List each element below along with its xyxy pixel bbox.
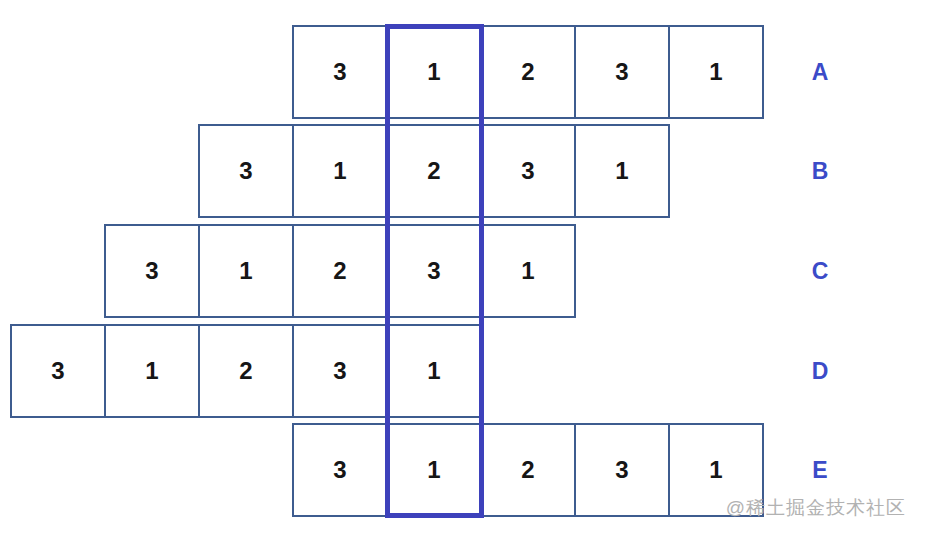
row-label-c: C	[798, 257, 842, 285]
row-label-a: A	[798, 58, 842, 86]
row-label-e: E	[798, 456, 842, 484]
cell-b-5: 1	[574, 124, 670, 218]
cell-a-5: 1	[668, 25, 764, 119]
watermark: @稀土掘金技术社区	[726, 495, 906, 521]
cell-c-1: 3	[104, 224, 200, 318]
row-label-b: B	[798, 157, 842, 185]
cell-e-2: 1	[386, 423, 482, 517]
cell-e-1: 3	[292, 423, 388, 517]
cell-b-2: 1	[292, 124, 388, 218]
cell-b-3: 2	[386, 124, 482, 218]
cell-c-5: 1	[480, 224, 576, 318]
cell-a-1: 3	[292, 25, 388, 119]
row-e: 3 1 2 3 1	[292, 423, 764, 517]
cell-c-3: 2	[292, 224, 388, 318]
row-label-d: D	[798, 357, 842, 385]
diagram-canvas: 3 1 2 3 1 3 1 2 3 1 3 1 2 3 1 3 1 2 3 1 …	[0, 0, 926, 535]
row-b: 3 1 2 3 1	[198, 124, 670, 218]
cell-d-5: 1	[386, 324, 482, 418]
cell-a-4: 3	[574, 25, 670, 119]
cell-d-4: 3	[292, 324, 388, 418]
cell-e-4: 3	[574, 423, 670, 517]
cell-a-3: 2	[480, 25, 576, 119]
row-d: 3 1 2 3 1	[10, 324, 482, 418]
cell-b-4: 3	[480, 124, 576, 218]
cell-c-2: 1	[198, 224, 294, 318]
cell-d-3: 2	[198, 324, 294, 418]
cell-d-1: 3	[10, 324, 106, 418]
cell-c-4: 3	[386, 224, 482, 318]
row-a: 3 1 2 3 1	[292, 25, 764, 119]
row-c: 3 1 2 3 1	[104, 224, 576, 318]
cell-d-2: 1	[104, 324, 200, 418]
cell-e-3: 2	[480, 423, 576, 517]
cell-a-2: 1	[386, 25, 482, 119]
cell-b-1: 3	[198, 124, 294, 218]
